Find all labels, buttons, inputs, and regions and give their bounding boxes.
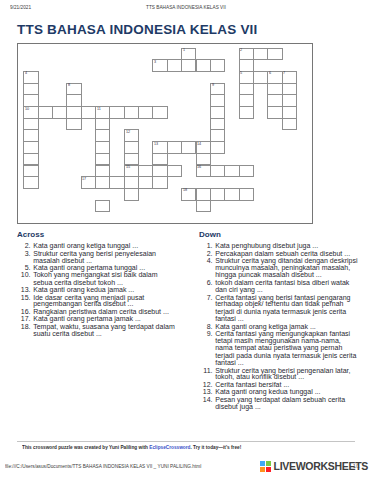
clue-number: 15.	[17, 294, 31, 309]
clue-text: Tokoh yang mengangkat sisi baik dalam se…	[33, 272, 176, 287]
down-clue-list: 1.Kata penghubung disebut juga ...2.Perc…	[199, 243, 358, 411]
crossword-cell-r5c17[interactable]	[267, 106, 282, 119]
cell-number-9: 9	[212, 83, 214, 87]
crossword-cell-r5c2[interactable]	[52, 106, 67, 119]
across-clue-10: 10.Tokoh yang mengangkat sisi baik dalam…	[17, 272, 176, 287]
crossword-cell-r6c3[interactable]	[66, 118, 81, 131]
crossword-cell-r0c16[interactable]	[253, 48, 268, 61]
logo-square-2	[260, 467, 265, 472]
clue-number: 18.	[17, 323, 31, 338]
crossword-cell-r5c7[interactable]	[124, 106, 139, 119]
down-clue-7: 7.Cerita fantasi yang berisi fantasi pen…	[199, 294, 358, 323]
clue-number: 14.	[199, 396, 213, 411]
down-clue-11: 11.Struktur cerita yang berisi pengenala…	[199, 367, 358, 382]
cell-number-7: 7	[283, 71, 285, 75]
crossword-cell-r10c12[interactable]: 16	[196, 165, 211, 178]
crossword-cell-r5c9[interactable]	[152, 106, 167, 119]
clue-text: Struktur cerita yang ditandai dengan des…	[215, 258, 358, 280]
cell-number-6: 6	[269, 71, 271, 75]
page-title: TTS BAHASA INDONESIA KELAS VII	[17, 22, 258, 37]
print-header-doc-title: TTS BAHASA INDONESIA KELAS VII	[0, 5, 372, 10]
down-clue-9: 9.Cerita fantasi yang mengungkapkan fant…	[199, 330, 358, 366]
crossword-cell-r8c13[interactable]	[210, 141, 225, 154]
crossword-cell-r10c15[interactable]	[239, 165, 254, 178]
clue-number: 9.	[199, 330, 213, 366]
crossword-cell-r12c14[interactable]	[224, 188, 239, 201]
crossword-cell-r11c9[interactable]	[152, 176, 167, 189]
cell-number-11: 11	[97, 107, 101, 111]
liveworksheets-wordmark: LIVEWORKSHEETS	[274, 460, 368, 472]
down-clue-14: 14.Pesan yang terdapat dalam sebuah ceri…	[199, 396, 358, 411]
clue-text: Tempat, waktu, suasana yang terdapat dal…	[33, 323, 176, 338]
clue-text: tokoh dalam cerita fantasi bisa diberi w…	[215, 279, 358, 294]
clue-text: Pesan yang terdapat dalam sebuah cerita …	[215, 396, 358, 411]
worksheet-page: { "game": "crossword", "position": { "co…	[0, 0, 372, 480]
clue-number: 4.	[199, 258, 213, 280]
crossword-cell-r8c10[interactable]	[167, 141, 182, 154]
crossword-cell-r6c18[interactable]	[282, 118, 297, 131]
cell-number-17: 17	[82, 177, 86, 181]
footer-divider	[17, 441, 355, 442]
logo-square-1	[266, 461, 271, 466]
crossword-cell-r5c6[interactable]	[109, 106, 124, 119]
crossword-cell-r12c7[interactable]	[124, 188, 139, 201]
clue-text: Struktur cerita yang berisi penyelesaian…	[33, 250, 176, 265]
cell-number-8: 8	[68, 83, 70, 87]
clue-text: Ide dasar cerita yang menjadi pusat peng…	[33, 294, 176, 309]
clue-text: Struktur cerita yang berisi pengenalan l…	[215, 367, 358, 382]
cell-number-10: 10	[25, 107, 29, 111]
crossword-cell-r13c12[interactable]	[196, 200, 211, 213]
clue-number: 3.	[17, 250, 31, 265]
logo-square-0	[260, 461, 265, 466]
crossword-cell-r5c15[interactable]	[239, 106, 254, 119]
clue-number: 7.	[199, 294, 213, 323]
crossword-cell-r13c5[interactable]	[95, 200, 110, 213]
across-clue-3: 3.Struktur cerita yang berisi penyelesai…	[17, 250, 176, 265]
down-clues-section: Down 1.Kata penghubung disebut juga ...2…	[199, 230, 372, 480]
clue-text: Cerita fantasi yang mengungkapkan fantas…	[215, 330, 358, 366]
clue-text: Cerita fantasi yang berisi fantasi penga…	[215, 294, 358, 323]
down-clue-4: 4.Struktur cerita yang ditandai dengan d…	[199, 258, 358, 280]
file-path: file:///C:/Users/asus/Documents/TTS BAHA…	[5, 464, 201, 469]
creator-credit-suffix: . Try it today—it's free!	[190, 445, 241, 450]
crossword-cell-r1c9[interactable]: 3	[152, 59, 167, 72]
across-clue-18: 18.Tempat, waktu, suasana yang terdapat …	[17, 323, 176, 338]
cell-number-3: 3	[154, 60, 156, 64]
crossword-cell-r0c17[interactable]	[267, 48, 282, 61]
crossword-cell-r5c4[interactable]	[81, 106, 96, 119]
crossword-cell-r11c8[interactable]	[138, 176, 153, 189]
crossword-cell-r11c6[interactable]	[109, 176, 124, 189]
cell-number-15: 15	[126, 165, 130, 169]
crossword-cell-r1c10[interactable]	[167, 59, 182, 72]
crossword-grid: 123456789101112131415161718	[17, 43, 313, 224]
crossword-cell-r1c12[interactable]	[196, 59, 211, 72]
cell-number-4: 4	[25, 71, 27, 75]
crossword-cell-r5c8[interactable]	[138, 106, 153, 119]
liveworksheets-icon	[260, 461, 271, 472]
cell-number-14: 14	[197, 142, 201, 146]
logo-square-3	[266, 467, 271, 472]
clue-number: 6.	[199, 279, 213, 294]
down-heading: Down	[199, 230, 372, 239]
crossword-cell-r1c11[interactable]	[181, 59, 196, 72]
cell-number-2: 2	[240, 48, 242, 52]
crossword-cell-r11c5[interactable]	[95, 176, 110, 189]
crossword-cell-r10c14[interactable]	[224, 165, 239, 178]
liveworksheets-logo[interactable]: LIVEWORKSHEETS	[260, 460, 368, 472]
down-clue-6: 6.tokoh dalam cerita fantasi bisa diberi…	[199, 279, 358, 294]
crossword-cell-r12c11[interactable]: 18	[181, 188, 196, 201]
clue-number: 11.	[199, 367, 213, 382]
across-clue-list: 2.Kata ganti orang ketiga tunggal ...3.S…	[17, 243, 176, 338]
crossword-cell-r11c0[interactable]	[23, 176, 38, 189]
crossword-cell-r12c13[interactable]	[210, 188, 225, 201]
crossword-cell-r8c11[interactable]	[181, 141, 196, 154]
crossword-cell-r1c13[interactable]	[210, 59, 225, 72]
crossword-cell-r10c13[interactable]	[210, 165, 225, 178]
creator-credit-line: This crossword puzzle was created by Yun…	[22, 445, 241, 450]
crossword-cell-r2c16[interactable]	[253, 71, 268, 84]
eclipsecrossword-link[interactable]: EclipseCrossword	[149, 445, 190, 450]
crossword-cell-r11c4[interactable]: 17	[81, 176, 96, 189]
crossword-cell-r10c10[interactable]	[167, 165, 182, 178]
crossword-cell-r5c1[interactable]	[38, 106, 53, 119]
across-clue-15: 15.Ide dasar cerita yang menjadi pusat p…	[17, 294, 176, 309]
cell-number-1: 1	[183, 48, 185, 52]
cell-number-16: 16	[197, 165, 201, 169]
cell-number-12: 12	[126, 130, 130, 134]
crossword-cell-r12c15[interactable]	[239, 188, 254, 201]
clue-number: 10.	[17, 272, 31, 287]
cell-number-18: 18	[183, 188, 187, 192]
cell-number-13: 13	[154, 142, 158, 146]
creator-credit-text: This crossword puzzle was created by Yun…	[22, 445, 149, 450]
cell-number-5: 5	[240, 71, 242, 75]
